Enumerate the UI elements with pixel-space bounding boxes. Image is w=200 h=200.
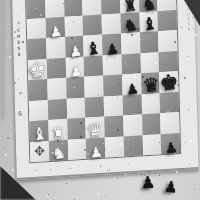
square-e8[interactable] (101, 0, 120, 14)
square-e3[interactable] (104, 95, 123, 117)
board-squares: ♜♞♟♞♝♟♝♟♚♟♟♛♚♝♜♛✥♞♟♟ (26, 0, 180, 162)
piece-white-king-a5[interactable]: ♚ (26, 49, 48, 82)
board-brand-text-right: CHESS (186, 7, 191, 32)
square-a7[interactable] (27, 18, 46, 40)
piece-white-knight-b1[interactable]: ♞ (47, 130, 69, 163)
border-rank-number: 6 (18, 110, 22, 117)
square-c2[interactable] (67, 118, 86, 140)
square-c4[interactable] (66, 77, 85, 99)
square-f2[interactable] (123, 114, 142, 136)
square-c1[interactable] (67, 138, 86, 160)
square-g6[interactable] (139, 31, 158, 53)
chess-board: CHESS + + 6 CHESS · – · – · ♜♞♟♞♝♟♝♟♚♟♟♛… (12, 0, 199, 180)
piece-black-pawn-e6[interactable]: ♟ (101, 24, 123, 57)
square-e4[interactable] (103, 74, 122, 96)
border-tick-marks: · – · – · (41, 164, 84, 173)
square-b5[interactable] (46, 57, 65, 79)
piece-white-pawn-c5[interactable]: ♟ (64, 47, 86, 80)
square-b4[interactable] (47, 78, 66, 100)
square-e2[interactable] (104, 115, 123, 137)
square-g2[interactable] (142, 113, 161, 135)
square-g1[interactable] (142, 134, 161, 156)
square-c8[interactable] (64, 0, 83, 16)
square-f1[interactable] (123, 135, 142, 157)
photo-background: CHESS + + 6 CHESS · – · – · ♜♞♟♞♝♟♝♟♚♟♟♛… (0, 0, 200, 200)
board-brand-text: CHESS (16, 28, 22, 58)
square-a8[interactable] (26, 0, 45, 19)
square-c3[interactable] (66, 97, 85, 119)
square-e1[interactable] (105, 136, 124, 158)
border-registration-mark: + (17, 20, 21, 26)
piece-black-bishop-g7[interactable]: ♝ (137, 1, 159, 34)
piece-black-pawn-h1[interactable]: ♟ (159, 123, 181, 156)
square-b6[interactable] (46, 37, 65, 59)
border-registration-mark: + (19, 90, 23, 96)
piece-black-king-h4[interactable]: ♚ (158, 62, 180, 95)
piece-white-pawn-d1[interactable]: ♟ (85, 128, 107, 161)
square-d4[interactable] (84, 76, 103, 98)
piece-white-pawn-b7[interactable]: ♟ (44, 7, 66, 40)
square-h7[interactable] (158, 9, 177, 31)
square-f3[interactable] (122, 94, 141, 116)
table-edge-left (0, 0, 5, 120)
square-d8[interactable] (82, 0, 101, 15)
square-h6[interactable] (158, 30, 177, 52)
square-e5[interactable] (103, 54, 122, 76)
